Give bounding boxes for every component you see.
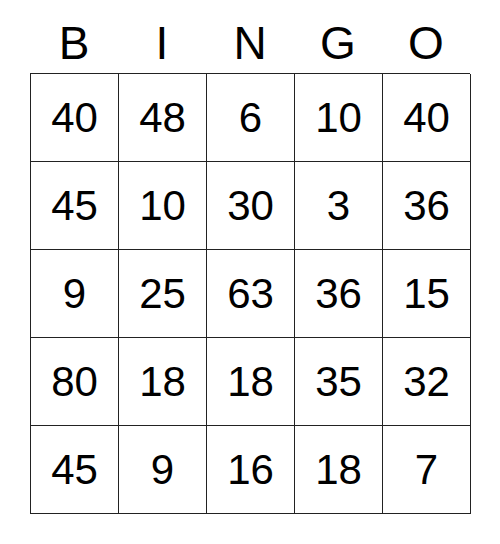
bingo-cell-r1c3[interactable]: 6 xyxy=(207,74,295,162)
bingo-cell-r4c5[interactable]: 32 xyxy=(383,338,471,426)
bingo-cell-r2c2[interactable]: 10 xyxy=(119,162,207,250)
bingo-cell-r3c3[interactable]: 63 xyxy=(207,250,295,338)
header-letter-n: N xyxy=(206,20,294,73)
bingo-cell-r5c1[interactable]: 45 xyxy=(31,426,119,514)
bingo-cell-r2c5[interactable]: 36 xyxy=(383,162,471,250)
header-letter-b: B xyxy=(30,20,118,73)
bingo-cell-r1c5[interactable]: 40 xyxy=(383,74,471,162)
bingo-cell-r4c3[interactable]: 18 xyxy=(207,338,295,426)
bingo-cell-r3c4[interactable]: 36 xyxy=(295,250,383,338)
bingo-cell-r1c1[interactable]: 40 xyxy=(31,74,119,162)
bingo-cell-r5c4[interactable]: 18 xyxy=(295,426,383,514)
bingo-header-row: B I N G O xyxy=(30,0,470,73)
bingo-cell-r5c5[interactable]: 7 xyxy=(383,426,471,514)
header-letter-i: I xyxy=(118,20,206,73)
bingo-cell-r1c4[interactable]: 10 xyxy=(295,74,383,162)
bingo-cell-r2c3[interactable]: 30 xyxy=(207,162,295,250)
bingo-cell-r3c1[interactable]: 9 xyxy=(31,250,119,338)
bingo-cell-r1c2[interactable]: 48 xyxy=(119,74,207,162)
bingo-cell-r4c2[interactable]: 18 xyxy=(119,338,207,426)
bingo-cell-r2c4[interactable]: 3 xyxy=(295,162,383,250)
header-letter-o: O xyxy=(382,20,470,73)
header-letter-g: G xyxy=(294,20,382,73)
bingo-cell-r2c1[interactable]: 45 xyxy=(31,162,119,250)
bingo-cell-r5c3[interactable]: 16 xyxy=(207,426,295,514)
bingo-grid: 40 48 6 10 40 45 10 30 3 36 9 25 63 36 1… xyxy=(30,73,470,514)
bingo-cell-r4c4[interactable]: 35 xyxy=(295,338,383,426)
bingo-cell-r4c1[interactable]: 80 xyxy=(31,338,119,426)
bingo-cell-r3c2[interactable]: 25 xyxy=(119,250,207,338)
bingo-cell-r5c2[interactable]: 9 xyxy=(119,426,207,514)
bingo-card: B I N G O 40 48 6 10 40 45 10 30 3 36 9 … xyxy=(30,0,470,514)
bingo-cell-r3c5[interactable]: 15 xyxy=(383,250,471,338)
